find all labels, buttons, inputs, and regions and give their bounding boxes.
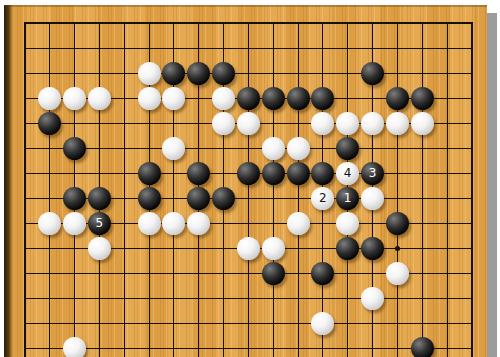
stone-black[interactable] — [237, 162, 260, 185]
stone-black[interactable] — [361, 62, 384, 85]
stone-white[interactable] — [212, 112, 235, 135]
stone-white[interactable] — [262, 137, 285, 160]
stone-white[interactable] — [336, 112, 359, 135]
stone-white[interactable] — [311, 312, 334, 335]
stone-white[interactable] — [138, 62, 161, 85]
stone-black[interactable] — [237, 87, 260, 110]
stone-black[interactable] — [411, 87, 434, 110]
stone-black[interactable] — [38, 112, 61, 135]
stone-black[interactable] — [262, 87, 285, 110]
stone-black-move-1[interactable]: 1 — [336, 187, 359, 210]
stone-white[interactable] — [63, 212, 86, 235]
stone-white[interactable] — [138, 212, 161, 235]
board-drop-shadow — [487, 13, 497, 357]
stone-white[interactable] — [88, 237, 111, 260]
stone-white[interactable] — [162, 137, 185, 160]
stone-black[interactable] — [187, 187, 210, 210]
move-number-label: 5 — [88, 212, 111, 235]
stone-white[interactable] — [262, 237, 285, 260]
stone-black[interactable] — [386, 212, 409, 235]
stone-black[interactable] — [138, 187, 161, 210]
stone-white[interactable] — [287, 137, 310, 160]
stone-black[interactable] — [187, 162, 210, 185]
stone-white[interactable] — [162, 87, 185, 110]
stone-black-move-5[interactable]: 5 — [88, 212, 111, 235]
stone-black-move-3[interactable]: 3 — [361, 162, 384, 185]
stone-white[interactable] — [63, 337, 86, 357]
stone-white[interactable] — [411, 112, 434, 135]
stone-black[interactable] — [262, 162, 285, 185]
stone-black[interactable] — [88, 187, 111, 210]
stone-white[interactable] — [38, 212, 61, 235]
move-number-label: 1 — [336, 187, 359, 210]
stone-white[interactable] — [187, 212, 210, 235]
stone-black[interactable] — [212, 62, 235, 85]
stone-black[interactable] — [63, 187, 86, 210]
stone-white[interactable] — [336, 212, 359, 235]
move-number-label: 4 — [336, 162, 359, 185]
stone-black[interactable] — [411, 337, 434, 357]
stone-black[interactable] — [311, 162, 334, 185]
stone-white[interactable] — [237, 237, 260, 260]
stone-white[interactable] — [361, 187, 384, 210]
stones-layer: 43215 — [13, 11, 485, 357]
stone-white-move-2[interactable]: 2 — [311, 187, 334, 210]
move-number-label: 2 — [311, 187, 334, 210]
stone-black[interactable] — [336, 237, 359, 260]
stone-white[interactable] — [311, 112, 334, 135]
stone-white[interactable] — [386, 112, 409, 135]
go-diagram-screen: 43215 — [0, 0, 500, 357]
stone-black[interactable] — [287, 162, 310, 185]
stone-white[interactable] — [361, 287, 384, 310]
stone-black[interactable] — [386, 87, 409, 110]
board-top-edge — [4, 5, 487, 7]
stone-white[interactable] — [63, 87, 86, 110]
stone-black[interactable] — [262, 262, 285, 285]
stone-black[interactable] — [63, 137, 86, 160]
stone-white[interactable] — [361, 112, 384, 135]
stone-white[interactable] — [237, 112, 260, 135]
stone-black[interactable] — [212, 187, 235, 210]
stone-white[interactable] — [88, 87, 111, 110]
stone-black[interactable] — [287, 87, 310, 110]
stone-black[interactable] — [187, 62, 210, 85]
stone-black[interactable] — [138, 162, 161, 185]
stone-black[interactable] — [361, 237, 384, 260]
stone-white[interactable] — [287, 212, 310, 235]
stone-white[interactable] — [138, 87, 161, 110]
stone-white[interactable] — [38, 87, 61, 110]
stone-black[interactable] — [336, 137, 359, 160]
stone-white[interactable] — [212, 87, 235, 110]
stone-white-move-4[interactable]: 4 — [336, 162, 359, 185]
stone-white[interactable] — [162, 212, 185, 235]
stone-black[interactable] — [311, 262, 334, 285]
stone-black[interactable] — [311, 87, 334, 110]
move-number-label: 3 — [361, 162, 384, 185]
stone-white[interactable] — [386, 262, 409, 285]
stone-black[interactable] — [162, 62, 185, 85]
